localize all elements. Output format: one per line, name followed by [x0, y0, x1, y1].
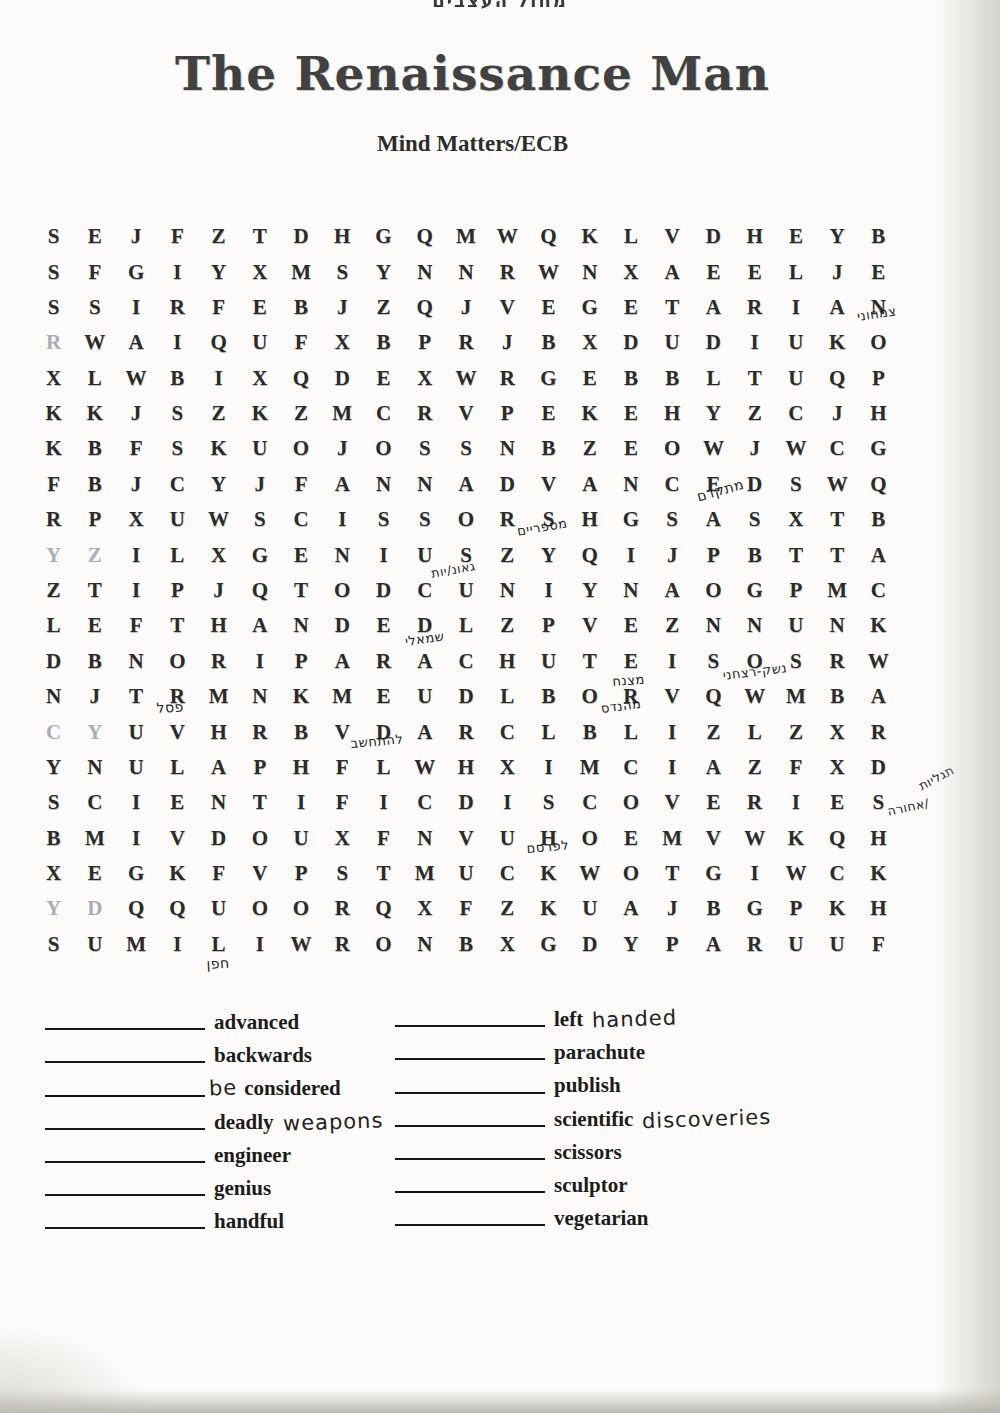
grid-cell-r3c11: J — [445, 290, 486, 325]
grid-cell-r18c8: X — [322, 820, 363, 855]
grid-cell-r17c4: E — [157, 785, 198, 820]
grid-cell-r3c5: F — [198, 290, 239, 325]
grid-cell-r20c12: Z — [487, 891, 528, 926]
grid-cell-r19c9: T — [363, 856, 404, 891]
grid-cell-r4c16: U — [652, 325, 693, 360]
grid-cell-r17c13: S — [528, 785, 569, 820]
search-word-label: publish — [554, 1074, 621, 1097]
grid-cell-r18c6: O — [239, 820, 280, 855]
grid-cell-r6c5: Z — [198, 396, 239, 431]
grid-cell-r16c17: A — [693, 750, 734, 785]
grid-cell-r14c1: N — [33, 679, 74, 714]
grid-cell-r19c11: U — [445, 856, 486, 891]
grid-cell-r19c16: T — [652, 856, 693, 891]
grid-cell-r2c10: N — [404, 254, 445, 289]
grid-cell-r19c8: S — [322, 856, 363, 891]
grid-cell-r15c7: B — [280, 714, 321, 749]
search-word-label: scientific — [554, 1108, 633, 1131]
grid-cell-r12c8: D — [322, 608, 363, 643]
grid-cell-r10c12: Z — [487, 537, 528, 572]
grid-cell-r16c9: L — [363, 750, 404, 785]
grid-cell-r11c6: Q — [239, 573, 280, 608]
grid-cell-r19c6: V — [239, 856, 280, 891]
grid-cell-r9c2: P — [74, 502, 115, 537]
grid-cell-r17c17: E — [693, 785, 734, 820]
grid-cell-r2c6: X — [239, 254, 280, 289]
grid-cell-r19c5: F — [198, 856, 239, 891]
word-list-item-left-3: beconsidered — [45, 1067, 383, 1100]
answer-blank — [395, 1214, 545, 1226]
grid-cell-r8c10: N — [404, 467, 445, 502]
grid-cell-r3c6: E — [239, 290, 280, 325]
grid-cell-r20c7: O — [280, 891, 321, 926]
grid-cell-r4c21: O — [858, 325, 899, 360]
search-word-label: parachute — [554, 1041, 645, 1064]
grid-cell-r5c7: Q — [280, 361, 321, 396]
grid-cell-r8c20: W — [817, 467, 858, 502]
grid-cell-r8c1: F — [33, 467, 74, 502]
grid-cell-r21c15: Y — [610, 927, 651, 962]
grid-cell-r14c21: A — [858, 679, 899, 714]
grid-cell-r21c13: G — [528, 927, 569, 962]
grid-cell-r13c21: W — [858, 644, 899, 679]
grid-cell-r18c21: H — [858, 820, 899, 855]
grid-cell-r18c12: U — [487, 820, 528, 855]
grid-cell-r5c18: T — [734, 361, 775, 396]
grid-cell-r17c1: S — [33, 785, 74, 820]
grid-cell-r6c9: C — [363, 396, 404, 431]
grid-cell-r9c7: C — [280, 502, 321, 537]
grid-cell-r16c1: Y — [33, 750, 74, 785]
grid-cell-r5c15: B — [610, 361, 651, 396]
grid-cell-r18c2: M — [74, 820, 115, 855]
grid-cell-r18c17: V — [693, 820, 734, 855]
grid-cell-r19c20: C — [817, 856, 858, 891]
grid-cell-r6c2: K — [74, 396, 115, 431]
grid-cell-r6c16: H — [652, 396, 693, 431]
grid-cell-r19c14: W — [569, 856, 610, 891]
grid-cell-r17c2: C — [74, 785, 115, 820]
grid-cell-r2c3: G — [115, 254, 156, 289]
grid-cell-r21c7: W — [280, 927, 321, 962]
grid-cell-r9c6: S — [239, 502, 280, 537]
grid-cell-r18c1: B — [33, 820, 74, 855]
grid-cell-r20c21: H — [858, 891, 899, 926]
grid-cell-r18c5: D — [198, 820, 239, 855]
grid-cell-r14c2: J — [74, 679, 115, 714]
grid-cell-r2c9: Y — [363, 254, 404, 289]
grid-cell-r17c5: N — [198, 785, 239, 820]
grid-cell-r21c3: M — [115, 927, 156, 962]
grid-cell-r18c15: E — [610, 820, 651, 855]
grid-cell-r1c20: Y — [817, 219, 858, 254]
grid-cell-r16c6: P — [239, 750, 280, 785]
grid-cell-r7c6: U — [239, 431, 280, 466]
grid-cell-r10c17: P — [693, 537, 734, 572]
grid-cell-r10c18: B — [734, 537, 775, 572]
grid-cell-r2c20: J — [817, 254, 858, 289]
grid-cell-r7c4: S — [157, 431, 198, 466]
grid-cell-r6c3: J — [115, 396, 156, 431]
grid-cell-r13c8: A — [322, 644, 363, 679]
grid-cell-r11c21: C — [858, 573, 899, 608]
grid-cell-r8c2: B — [74, 467, 115, 502]
grid-cell-r20c19: P — [775, 891, 816, 926]
grid-cell-r20c13: K — [528, 891, 569, 926]
grid-cell-r11c2: T — [74, 573, 115, 608]
grid-cell-r7c2: B — [74, 431, 115, 466]
grid-cell-r10c7: E — [280, 537, 321, 572]
grid-cell-r21c14: D — [569, 927, 610, 962]
grid-cell-r9c1: R — [33, 502, 74, 537]
grid-cell-r15c12: C — [487, 714, 528, 749]
grid-cell-r10c19: T — [775, 537, 816, 572]
search-word-label: deadly — [214, 1111, 274, 1134]
grid-cell-r6c19: C — [775, 396, 816, 431]
grid-cell-r2c13: W — [528, 254, 569, 289]
grid-cell-r17c16: V — [652, 785, 693, 820]
grid-cell-r20c11: F — [445, 891, 486, 926]
grid-cell-r15c20: X — [817, 714, 858, 749]
grid-cell-r5c6: X — [239, 361, 280, 396]
word-list-item-left-2: backwards — [45, 1034, 383, 1067]
grid-cell-r12c14: V — [569, 608, 610, 643]
grid-cell-r16c14: M — [569, 750, 610, 785]
search-word-label: backwards — [214, 1044, 312, 1067]
grid-cell-r20c2: D — [74, 891, 115, 926]
grid-cell-r17c18: R — [734, 785, 775, 820]
grid-cell-r2c11: N — [445, 254, 486, 289]
grid-cell-r14c19: M — [775, 679, 816, 714]
grid-cell-r10c9: I — [363, 537, 404, 572]
grid-cell-r16c16: I — [652, 750, 693, 785]
grid-cell-r11c19: P — [775, 573, 816, 608]
grid-cell-r13c20: R — [817, 644, 858, 679]
grid-cell-r16c3: U — [115, 750, 156, 785]
grid-cell-r14c12: L — [487, 679, 528, 714]
grid-cell-r5c5: I — [198, 361, 239, 396]
grid-cell-r12c18: N — [734, 608, 775, 643]
grid-cell-r5c11: W — [445, 361, 486, 396]
grid-cell-r3c9: Z — [363, 290, 404, 325]
grid-cell-r13c11: C — [445, 644, 486, 679]
grid-cell-r6c6: K — [239, 396, 280, 431]
grid-cell-r9c11: O — [445, 502, 486, 537]
grid-cell-r6c10: R — [404, 396, 445, 431]
grid-cell-r14c17: Q — [693, 679, 734, 714]
grid-cell-r8c13: V — [528, 467, 569, 502]
grid-cell-r12c16: Z — [652, 608, 693, 643]
grid-cell-r9c10: S — [404, 502, 445, 537]
word-list-item-left-4: deadlyweapons — [45, 1101, 383, 1134]
grid-cell-r15c1: C — [33, 714, 74, 749]
grid-cell-r6c1: K — [33, 396, 74, 431]
answer-blank — [45, 1217, 205, 1229]
grid-cell-r2c12: R — [487, 254, 528, 289]
grid-cell-r8c21: Q — [858, 467, 899, 502]
grid-cell-r7c19: W — [775, 431, 816, 466]
grid-cell-r5c8: D — [322, 361, 363, 396]
grid-cell-r2c8: S — [322, 254, 363, 289]
grid-cell-r17c8: F — [322, 785, 363, 820]
grid-cell-r2c21: E — [858, 254, 899, 289]
grid-cell-r17c10: C — [404, 785, 445, 820]
grid-cell-r8c16: C — [652, 467, 693, 502]
grid-cell-r14c16: V — [652, 679, 693, 714]
grid-cell-r11c5: J — [198, 573, 239, 608]
grid-cell-r3c12: V — [487, 290, 528, 325]
grid-cell-r15c19: Z — [775, 714, 816, 749]
grid-cell-r6c7: Z — [280, 396, 321, 431]
grid-cell-r20c8: R — [322, 891, 363, 926]
grid-cell-r12c15: E — [610, 608, 651, 643]
grid-cell-r8c5: Y — [198, 467, 239, 502]
grid-cell-r18c14: O — [569, 820, 610, 855]
grid-cell-r4c10: P — [404, 325, 445, 360]
grid-cell-r7c14: Z — [569, 431, 610, 466]
word-list-item-right-5: scissors — [395, 1131, 772, 1164]
grid-cell-r1c7: D — [280, 219, 321, 254]
grid-cell-r1c1: S — [33, 219, 74, 254]
grid-cell-r10c20: T — [817, 537, 858, 572]
grid-cell-r20c18: G — [734, 891, 775, 926]
grid-cell-r16c4: L — [157, 750, 198, 785]
grid-cell-r16c12: X — [487, 750, 528, 785]
grid-cell-r3c8: J — [322, 290, 363, 325]
grid-cell-r21c20: U — [817, 927, 858, 962]
grid-cell-r18c3: I — [115, 820, 156, 855]
word-list-item-left-5: engineer — [45, 1134, 383, 1167]
grid-cell-r20c9: Q — [363, 891, 404, 926]
handwritten-word: weapons — [282, 1109, 383, 1136]
grid-cell-r17c6: T — [239, 785, 280, 820]
handwritten-word: discoveries — [642, 1105, 772, 1133]
grid-cell-r5c9: E — [363, 361, 404, 396]
grid-cell-r19c4: K — [157, 856, 198, 891]
grid-cell-r11c9: D — [363, 573, 404, 608]
grid-cell-r1c12: W — [487, 219, 528, 254]
grid-cell-r6c20: J — [817, 396, 858, 431]
grid-cell-r18c18: W — [734, 820, 775, 855]
search-word-label: advanced — [214, 1011, 299, 1034]
grid-cell-r20c14: U — [569, 891, 610, 926]
grid-cell-r2c15: X — [610, 254, 651, 289]
grid-cell-r10c3: I — [115, 537, 156, 572]
grid-cell-r8c3: J — [115, 467, 156, 502]
grid-cell-r2c19: L — [775, 254, 816, 289]
grid-cell-r18c10: N — [404, 820, 445, 855]
grid-cell-r13c4: O — [157, 644, 198, 679]
grid-cell-r11c16: A — [652, 573, 693, 608]
grid-cell-r9c20: T — [817, 502, 858, 537]
grid-cell-r20c3: Q — [115, 891, 156, 926]
grid-cell-r21c19: U — [775, 927, 816, 962]
grid-cell-r16c11: H — [445, 750, 486, 785]
grid-cell-r17c3: I — [115, 785, 156, 820]
word-list-item-left-1: advanced — [45, 1001, 383, 1034]
grid-cell-r6c15: E — [610, 396, 651, 431]
grid-cell-r14c13: B — [528, 679, 569, 714]
grid-cell-r12c7: N — [280, 608, 321, 643]
grid-cell-r3c13: E — [528, 290, 569, 325]
grid-cell-r19c15: O — [610, 856, 651, 891]
grid-cell-r5c17: L — [693, 361, 734, 396]
grid-cell-r1c2: E — [74, 219, 115, 254]
word-search-grid: SEJFZTDHGQMWQKLVDHEYBSFGIYXMSYNNRWNXAEEL… — [33, 219, 899, 962]
grid-cell-r11c7: T — [280, 573, 321, 608]
grid-cell-r21c4: I — [157, 927, 198, 962]
grid-cell-r15c10: A — [404, 714, 445, 749]
grid-cell-r7c1: K — [33, 431, 74, 466]
grid-cell-r4c2: W — [74, 325, 115, 360]
grid-cell-r5c21: P — [858, 361, 899, 396]
grid-cell-r13c3: N — [115, 644, 156, 679]
grid-cell-r8c15: N — [610, 467, 651, 502]
grid-cell-r8c12: D — [487, 467, 528, 502]
grid-cell-r7c12: N — [487, 431, 528, 466]
grid-cell-r10c6: G — [239, 537, 280, 572]
grid-cell-r7c8: J — [322, 431, 363, 466]
grid-cell-r13c9: R — [363, 644, 404, 679]
grid-cell-r3c2: S — [74, 290, 115, 325]
grid-cell-r1c19: E — [775, 219, 816, 254]
grid-cell-r1c10: Q — [404, 219, 445, 254]
search-word-label: engineer — [214, 1144, 291, 1167]
grid-cell-r9c15: G — [610, 502, 651, 537]
page-subtitle: Mind Matters/ECB — [0, 131, 945, 157]
grid-cell-r14c7: K — [280, 679, 321, 714]
grid-cell-r3c20: A — [817, 290, 858, 325]
grid-cell-r18c9: F — [363, 820, 404, 855]
grid-cell-r3c7: B — [280, 290, 321, 325]
word-list-right: lefthandedparachutepublishscientificdisc… — [395, 998, 772, 1230]
grid-cell-r4c4: I — [157, 325, 198, 360]
grid-cell-r12c11: L — [445, 608, 486, 643]
grid-cell-r11c11: U — [445, 573, 486, 608]
grid-cell-r21c21: F — [858, 927, 899, 962]
grid-cell-r2c4: I — [157, 254, 198, 289]
grid-cell-r3c18: R — [734, 290, 775, 325]
handwritten-annotation-9: פסל — [156, 699, 184, 716]
grid-cell-r7c3: F — [115, 431, 156, 466]
grid-cell-r21c2: U — [74, 927, 115, 962]
grid-cell-r20c5: U — [198, 891, 239, 926]
grid-cell-r17c19: I — [775, 785, 816, 820]
answer-blank — [45, 1085, 205, 1097]
grid-cell-r16c21: D — [858, 750, 899, 785]
word-list-item-right-2: parachute — [395, 1031, 772, 1064]
grid-cell-r21c6: I — [239, 927, 280, 962]
grid-cell-r12c20: N — [817, 608, 858, 643]
grid-cell-r6c4: S — [157, 396, 198, 431]
grid-cell-r5c12: R — [487, 361, 528, 396]
grid-cell-r4c7: F — [280, 325, 321, 360]
grid-cell-r10c4: L — [157, 537, 198, 572]
grid-cell-r15c13: L — [528, 714, 569, 749]
word-list-item-right-7: vegetarian — [395, 1197, 772, 1230]
grid-cell-r15c2: Y — [74, 714, 115, 749]
grid-cell-r19c7: P — [280, 856, 321, 891]
grid-cell-r9c21: B — [858, 502, 899, 537]
grid-cell-r19c13: K — [528, 856, 569, 891]
grid-cell-r18c16: M — [652, 820, 693, 855]
grid-cell-r12c9: E — [363, 608, 404, 643]
grid-cell-r4c19: U — [775, 325, 816, 360]
grid-cell-r16c20: X — [817, 750, 858, 785]
grid-cell-r19c2: E — [74, 856, 115, 891]
grid-cell-r8c8: A — [322, 467, 363, 502]
grid-cell-r8c19: S — [775, 467, 816, 502]
word-list-left: advancedbackwardsbeconsidereddeadlyweapo… — [45, 1001, 383, 1233]
grid-cell-r12c4: T — [157, 608, 198, 643]
grid-cell-r2c2: F — [74, 254, 115, 289]
grid-cell-r1c8: H — [322, 219, 363, 254]
grid-cell-r5c4: B — [157, 361, 198, 396]
grid-cell-r1c18: H — [734, 219, 775, 254]
grid-cell-r6c14: K — [569, 396, 610, 431]
grid-cell-r11c3: I — [115, 573, 156, 608]
grid-cell-r17c15: O — [610, 785, 651, 820]
answer-blank — [395, 1048, 545, 1060]
grid-cell-r4c5: Q — [198, 325, 239, 360]
grid-cell-r16c19: F — [775, 750, 816, 785]
grid-cell-r7c20: C — [817, 431, 858, 466]
grid-cell-r21c12: X — [487, 927, 528, 962]
grid-cell-r18c7: U — [280, 820, 321, 855]
grid-cell-r10c1: Y — [33, 537, 74, 572]
grid-cell-r15c15: L — [610, 714, 651, 749]
grid-cell-r20c15: A — [610, 891, 651, 926]
grid-cell-r18c11: V — [445, 820, 486, 855]
grid-cell-r5c20: Q — [817, 361, 858, 396]
grid-cell-r3c1: S — [33, 290, 74, 325]
grid-cell-r2c14: N — [569, 254, 610, 289]
grid-cell-r19c18: I — [734, 856, 775, 891]
grid-cell-r9c4: U — [157, 502, 198, 537]
answer-blank — [45, 1018, 205, 1030]
search-word-label: scissors — [554, 1141, 622, 1164]
grid-cell-r6c8: M — [322, 396, 363, 431]
grid-cell-r9c9: S — [363, 502, 404, 537]
grid-cell-r20c17: B — [693, 891, 734, 926]
grid-cell-r19c1: X — [33, 856, 74, 891]
grid-cell-r14c20: B — [817, 679, 858, 714]
grid-cell-r14c8: M — [322, 679, 363, 714]
grid-cell-r12c21: K — [858, 608, 899, 643]
grid-cell-r11c13: I — [528, 573, 569, 608]
word-list-item-right-4: scientificdiscoveries — [395, 1098, 772, 1131]
grid-cell-r19c19: W — [775, 856, 816, 891]
worksheet-page: מחול העצבים The Renaissance Man Mind Mat… — [0, 0, 1000, 1413]
grid-cell-r4c15: D — [610, 325, 651, 360]
grid-cell-r16c8: F — [322, 750, 363, 785]
grid-cell-r21c17: A — [693, 927, 734, 962]
grid-cell-r15c18: L — [734, 714, 775, 749]
grid-cell-r12c5: H — [198, 608, 239, 643]
grid-cell-r2c7: M — [280, 254, 321, 289]
search-word-label: considered — [244, 1077, 340, 1100]
grid-cell-r2c16: A — [652, 254, 693, 289]
grid-cell-r17c11: D — [445, 785, 486, 820]
grid-cell-r3c10: Q — [404, 290, 445, 325]
answer-blank — [45, 1051, 205, 1063]
grid-cell-r4c13: B — [528, 325, 569, 360]
handwritten-word: be — [209, 1077, 238, 1101]
grid-cell-r16c10: W — [404, 750, 445, 785]
grid-cell-r13c2: B — [74, 644, 115, 679]
grid-cell-r12c13: P — [528, 608, 569, 643]
grid-cell-r3c15: E — [610, 290, 651, 325]
